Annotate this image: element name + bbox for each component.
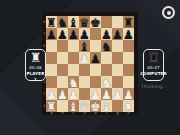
square-c6[interactable]	[68, 40, 79, 52]
square-c3[interactable]: ♞	[68, 76, 79, 88]
square-a6[interactable]	[46, 40, 57, 52]
computer-status-text: Thinking...	[139, 84, 169, 89]
square-g2[interactable]: ♟	[112, 88, 123, 100]
square-b6[interactable]	[57, 40, 68, 52]
chess-board[interactable]: ♜♞♝♛♚♜♟♟♟♟♟♟♟♝♞♟♟♞♞♟♟♟♟♟♟♟♜♝♛♚♝♜	[46, 16, 134, 112]
square-f2[interactable]: ♟	[101, 88, 112, 100]
black-rook-icon: ♜	[148, 51, 160, 65]
file-label-b: b	[57, 111, 68, 115]
square-g5[interactable]	[112, 52, 123, 64]
square-e6[interactable]	[90, 40, 101, 52]
square-e7[interactable]	[90, 28, 101, 40]
square-d4[interactable]	[79, 64, 90, 76]
square-c2[interactable]: ♟	[68, 88, 79, 100]
square-a7[interactable]: ♟	[46, 28, 57, 40]
square-a4[interactable]	[46, 64, 57, 76]
square-b8[interactable]: ♞	[57, 16, 68, 28]
square-b7[interactable]: ♟	[57, 28, 68, 40]
settings-icon-dot	[167, 11, 171, 15]
file-label-h: h	[123, 111, 134, 115]
square-c7[interactable]: ♟	[68, 28, 79, 40]
file-label-c: c	[68, 111, 79, 115]
square-f6[interactable]: ♞	[101, 40, 112, 52]
square-c4[interactable]	[68, 64, 79, 76]
square-b2[interactable]: ♟	[57, 88, 68, 100]
white-rook-icon: ♜	[30, 51, 42, 65]
square-h3[interactable]	[123, 76, 134, 88]
square-e2[interactable]: ♟	[90, 88, 101, 100]
file-labels: abcdefgh	[46, 111, 134, 115]
square-d5[interactable]: ♟	[79, 52, 90, 64]
square-f7[interactable]: ♟	[101, 28, 112, 40]
square-f4[interactable]	[101, 64, 112, 76]
square-f5[interactable]	[101, 52, 112, 64]
square-b4[interactable]	[57, 64, 68, 76]
white-player-name: PLAYER 1	[26, 71, 45, 83]
square-d3[interactable]	[79, 76, 90, 88]
file-label-e: e	[90, 111, 101, 115]
square-d8[interactable]: ♛	[79, 16, 90, 28]
square-g7[interactable]: ♟	[112, 28, 123, 40]
square-f8[interactable]	[101, 16, 112, 28]
square-g4[interactable]	[112, 64, 123, 76]
square-e5[interactable]: ♟	[90, 52, 101, 64]
file-label-g: g	[112, 111, 123, 115]
square-g6[interactable]	[112, 40, 123, 52]
black-player-name: COMPUTER	[140, 71, 167, 77]
square-e4[interactable]	[90, 64, 101, 76]
file-label-d: d	[79, 111, 90, 115]
square-d2[interactable]	[79, 88, 90, 100]
player-panel-white: ♜ 00:46 PLAYER 1	[25, 49, 46, 81]
square-h7[interactable]: ♟	[123, 28, 134, 40]
file-label-a: a	[46, 111, 57, 115]
square-a5[interactable]	[46, 52, 57, 64]
square-h5[interactable]	[123, 52, 134, 64]
square-c5[interactable]	[68, 52, 79, 64]
player-panel-black: ♜ 00:47 COMPUTER	[143, 49, 164, 81]
square-d6[interactable]: ♝	[79, 40, 90, 52]
square-c8[interactable]: ♝	[68, 16, 79, 28]
square-a3[interactable]	[46, 76, 57, 88]
square-h8[interactable]: ♜	[123, 16, 134, 28]
square-h4[interactable]	[123, 64, 134, 76]
square-h6[interactable]	[123, 40, 134, 52]
square-e3[interactable]	[90, 76, 101, 88]
square-g3[interactable]	[112, 76, 123, 88]
square-b5[interactable]	[57, 52, 68, 64]
square-a2[interactable]: ♟	[46, 88, 57, 100]
square-a8[interactable]: ♜	[46, 16, 57, 28]
square-f3[interactable]: ♞	[101, 76, 112, 88]
square-e8[interactable]: ♚	[90, 16, 101, 28]
square-b3[interactable]	[57, 76, 68, 88]
settings-icon[interactable]	[162, 6, 175, 19]
file-label-f: f	[101, 111, 112, 115]
square-g8[interactable]	[112, 16, 123, 28]
board-frame: 87654321 ♜♞♝♛♚♜♟♟♟♟♟♟♟♝♞♟♟♞♞♟♟♟♟♟♟♟♜♝♛♚♝…	[42, 12, 138, 115]
square-d7[interactable]: ♟	[79, 28, 90, 40]
square-h2[interactable]: ♟	[123, 88, 134, 100]
